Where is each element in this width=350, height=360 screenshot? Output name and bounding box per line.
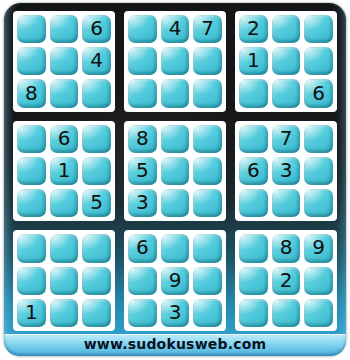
cell-r9c2[interactable]: [50, 299, 79, 327]
given-digit: 1: [25, 302, 38, 322]
given-digit: 3: [136, 192, 149, 212]
given-digit: 8: [136, 128, 149, 148]
cell-r6c1[interactable]: [17, 189, 46, 217]
cell-r7c9[interactable]: 9: [304, 234, 333, 262]
given-digit: 9: [312, 237, 325, 257]
cell-r6c6[interactable]: [193, 189, 222, 217]
cell-r7c1[interactable]: [17, 234, 46, 262]
cell-r4c9[interactable]: [304, 125, 333, 153]
given-digit: 7: [201, 18, 214, 38]
box-8: 693: [124, 230, 226, 331]
cell-r5c2[interactable]: 1: [50, 157, 79, 185]
given-digit: 3: [280, 160, 293, 180]
cell-r7c4[interactable]: 6: [128, 234, 157, 262]
cell-r5c6[interactable]: [193, 157, 222, 185]
cell-r9c8[interactable]: [272, 299, 301, 327]
cell-r8c8[interactable]: 2: [272, 267, 301, 295]
cell-r6c4[interactable]: 3: [128, 189, 157, 217]
cell-r8c4[interactable]: [128, 267, 157, 295]
cell-r6c7[interactable]: [239, 189, 268, 217]
given-digit: 6: [136, 237, 149, 257]
given-digit: 1: [247, 50, 260, 70]
cell-r4c4[interactable]: 8: [128, 125, 157, 153]
given-digit: 5: [90, 192, 103, 212]
given-digit: 4: [169, 18, 182, 38]
sudoku-grid: 648472166158537631693892: [13, 11, 337, 331]
footer-band: www.sudokusweb.com: [4, 334, 346, 356]
given-digit: 6: [90, 18, 103, 38]
cell-r9c7[interactable]: [239, 299, 268, 327]
cell-r7c6[interactable]: [193, 234, 222, 262]
cell-r3c7[interactable]: [239, 79, 268, 107]
cell-r4c3[interactable]: [82, 125, 111, 153]
cell-r7c2[interactable]: [50, 234, 79, 262]
cell-r1c8[interactable]: [272, 15, 301, 43]
cell-r1c9[interactable]: [304, 15, 333, 43]
cell-r5c8[interactable]: 3: [272, 157, 301, 185]
cell-r7c5[interactable]: [161, 234, 190, 262]
given-digit: 7: [280, 128, 293, 148]
cell-r9c6[interactable]: [193, 299, 222, 327]
cell-r2c5[interactable]: [161, 47, 190, 75]
cell-r1c6[interactable]: 7: [193, 15, 222, 43]
cell-r9c5[interactable]: 3: [161, 299, 190, 327]
cell-r6c9[interactable]: [304, 189, 333, 217]
given-digit: 3: [169, 302, 182, 322]
box-2: 47: [124, 11, 226, 112]
box-7: 1: [13, 230, 115, 331]
cell-r5c3[interactable]: [82, 157, 111, 185]
cell-r2c7[interactable]: 1: [239, 47, 268, 75]
cell-r9c4[interactable]: [128, 299, 157, 327]
cell-r6c2[interactable]: [50, 189, 79, 217]
given-digit: 8: [280, 237, 293, 257]
cell-r2c1[interactable]: [17, 47, 46, 75]
given-digit: 1: [58, 160, 71, 180]
cell-r7c7[interactable]: [239, 234, 268, 262]
cell-r1c5[interactable]: 4: [161, 15, 190, 43]
cell-r8c9[interactable]: [304, 267, 333, 295]
given-digit: 5: [136, 160, 149, 180]
cell-r2c3[interactable]: 4: [82, 47, 111, 75]
cell-r4c5[interactable]: [161, 125, 190, 153]
cell-r7c3[interactable]: [82, 234, 111, 262]
cell-r6c5[interactable]: [161, 189, 190, 217]
given-digit: 6: [312, 83, 325, 103]
cell-r8c1[interactable]: [17, 267, 46, 295]
box-4: 615: [13, 121, 115, 222]
cell-r2c9[interactable]: [304, 47, 333, 75]
cell-r4c2[interactable]: 6: [50, 125, 79, 153]
given-digit: 6: [247, 160, 260, 180]
cell-r8c6[interactable]: [193, 267, 222, 295]
cell-r9c3[interactable]: [82, 299, 111, 327]
cell-r1c3[interactable]: 6: [82, 15, 111, 43]
cell-r6c3[interactable]: 5: [82, 189, 111, 217]
cell-r2c6[interactable]: [193, 47, 222, 75]
cell-r4c1[interactable]: [17, 125, 46, 153]
cell-r5c4[interactable]: 5: [128, 157, 157, 185]
box-1: 648: [13, 11, 115, 112]
cell-r1c4[interactable]: [128, 15, 157, 43]
cell-r3c3[interactable]: [82, 79, 111, 107]
box-9: 892: [235, 230, 337, 331]
cell-r2c8[interactable]: [272, 47, 301, 75]
cell-r2c2[interactable]: [50, 47, 79, 75]
box-5: 853: [124, 121, 226, 222]
cell-r1c1[interactable]: [17, 15, 46, 43]
box-6: 763: [235, 121, 337, 222]
cell-r3c6[interactable]: [193, 79, 222, 107]
given-digit: 9: [169, 270, 182, 290]
given-digit: 6: [58, 128, 71, 148]
cell-r3c1[interactable]: 8: [17, 79, 46, 107]
cell-r2c4[interactable]: [128, 47, 157, 75]
cell-r3c9[interactable]: 6: [304, 79, 333, 107]
given-digit: 2: [247, 18, 260, 38]
cell-r8c2[interactable]: [50, 267, 79, 295]
cell-r1c2[interactable]: [50, 15, 79, 43]
cell-r5c9[interactable]: [304, 157, 333, 185]
sudoku-page: 648472166158537631693892 www.sudokusweb.…: [0, 0, 350, 360]
cell-r3c2[interactable]: [50, 79, 79, 107]
cell-r8c3[interactable]: [82, 267, 111, 295]
given-digit: 8: [25, 83, 38, 103]
cell-r8c7[interactable]: [239, 267, 268, 295]
given-digit: 4: [90, 50, 103, 70]
cell-r7c8[interactable]: 8: [272, 234, 301, 262]
cell-r4c8[interactable]: 7: [272, 125, 301, 153]
cell-r9c1[interactable]: 1: [17, 299, 46, 327]
cell-r6c8[interactable]: [272, 189, 301, 217]
site-url-link[interactable]: www.sudokusweb.com: [84, 336, 267, 352]
cell-r8c5[interactable]: 9: [161, 267, 190, 295]
board-frame: 648472166158537631693892 www.sudokusweb.…: [4, 3, 346, 356]
cell-r5c5[interactable]: [161, 157, 190, 185]
cell-r1c7[interactable]: 2: [239, 15, 268, 43]
cell-r5c7[interactable]: 6: [239, 157, 268, 185]
cell-r3c5[interactable]: [161, 79, 190, 107]
given-digit: 2: [280, 270, 293, 290]
cell-r4c6[interactable]: [193, 125, 222, 153]
box-3: 216: [235, 11, 337, 112]
cell-r4c7[interactable]: [239, 125, 268, 153]
cell-r9c9[interactable]: [304, 299, 333, 327]
cell-r3c4[interactable]: [128, 79, 157, 107]
cell-r5c1[interactable]: [17, 157, 46, 185]
cell-r3c8[interactable]: [272, 79, 301, 107]
